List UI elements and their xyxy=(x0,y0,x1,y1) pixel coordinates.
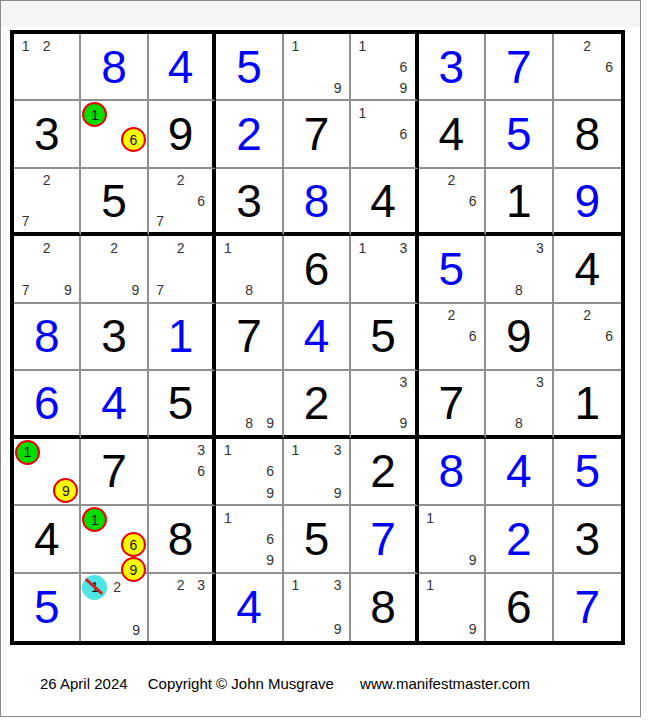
candidate-slot-4 xyxy=(217,393,238,413)
candidate-slot-9 xyxy=(191,211,211,231)
cell-r2c2[interactable]: 16 xyxy=(81,101,148,168)
highlight-yellow-candidate-6[interactable]: 6 xyxy=(121,532,146,557)
candidate-slot-1 xyxy=(487,237,508,258)
cell-r6c1[interactable]: 6 xyxy=(14,371,81,438)
solved-digit: 4 xyxy=(216,574,281,641)
candidate-slot-3 xyxy=(57,35,78,56)
candidate-slot-5 xyxy=(36,258,57,279)
candidate-slot-6 xyxy=(191,258,211,279)
candidate-slot-6: 6 xyxy=(393,56,413,77)
candidate-3[interactable]: 3 xyxy=(536,240,544,256)
candidate-2[interactable]: 2 xyxy=(177,172,185,188)
candidate-3[interactable]: 3 xyxy=(197,442,205,458)
cell-r5c9[interactable]: 26 xyxy=(554,304,621,371)
candidate-slot-3: 3 xyxy=(191,575,211,597)
cell-r2c3[interactable]: 9 xyxy=(149,101,216,168)
candidate-6[interactable]: 6 xyxy=(197,193,205,209)
candidate-slot-7 xyxy=(420,549,441,570)
candidate-grid: 26 xyxy=(555,305,620,368)
candidate-slot-3 xyxy=(121,102,146,127)
candidate-slot-2: 2 xyxy=(36,170,57,190)
candidate-6[interactable]: 6 xyxy=(605,328,613,344)
cell-r6c7[interactable]: 7 xyxy=(419,371,486,438)
candidate-slot-1 xyxy=(15,170,36,190)
candidate-slot-2: 2 xyxy=(104,237,125,258)
cell-r7c7[interactable]: 8 xyxy=(419,439,486,506)
cell-r3c5[interactable]: 8 xyxy=(284,169,351,236)
candidate-slot-2 xyxy=(306,35,327,56)
candidate-1[interactable]: 1 xyxy=(224,510,232,526)
candidate-slot-8 xyxy=(373,77,393,98)
candidate-slot-7 xyxy=(555,347,577,368)
cell-r1c7[interactable]: 3 xyxy=(419,34,486,101)
cell-r4c5[interactable]: 6 xyxy=(284,236,351,303)
cell-r8c2[interactable]: 169 xyxy=(81,506,148,573)
solved-digit: 4 xyxy=(149,34,212,99)
candidate-9[interactable]: 9 xyxy=(469,621,477,637)
candidate-slot-3 xyxy=(393,35,413,56)
candidate-slot-3 xyxy=(53,440,78,465)
candidate-slot-2 xyxy=(170,440,190,461)
candidate-slot-7: 7 xyxy=(150,280,170,301)
cell-r6c5[interactable]: 2 xyxy=(284,371,351,438)
cell-r9c8[interactable]: 6 xyxy=(486,574,553,641)
candidate-slot-1: 1 xyxy=(420,507,441,528)
candidate-1[interactable]: 1 xyxy=(22,38,30,54)
candidate-slot-1: 1 xyxy=(285,440,306,461)
candidate-slot-8 xyxy=(373,413,393,433)
candidate-9[interactable]: 9 xyxy=(131,282,139,298)
candidate-8[interactable]: 8 xyxy=(245,415,253,431)
candidate-slot-5 xyxy=(36,56,57,77)
cell-r5c5[interactable]: 4 xyxy=(284,304,351,371)
highlight-green-candidate-1[interactable]: 1 xyxy=(82,507,107,532)
cell-r3c6[interactable]: 4 xyxy=(351,169,418,236)
cell-r5c3[interactable]: 1 xyxy=(149,304,216,371)
candidate-slot-4 xyxy=(285,56,306,77)
candidate-slot-9 xyxy=(191,280,211,301)
candidate-1[interactable]: 1 xyxy=(359,38,367,54)
candidate-slot-5 xyxy=(238,528,259,549)
candidate-1[interactable]: 1 xyxy=(359,105,367,121)
candidate-slot-2 xyxy=(508,372,529,392)
candidate-slot-9: 9 xyxy=(393,77,413,98)
candidate-slot-1: 1 xyxy=(285,575,306,597)
candidate-slot-8 xyxy=(441,211,462,231)
candidate-3[interactable]: 3 xyxy=(400,240,408,256)
cell-r1c3[interactable]: 4 xyxy=(149,34,216,101)
candidate-2[interactable]: 2 xyxy=(447,172,455,188)
cell-r3c8[interactable]: 1 xyxy=(486,169,553,236)
cell-r5c1[interactable]: 8 xyxy=(14,304,81,371)
cell-r7c8[interactable]: 4 xyxy=(486,439,553,506)
candidate-6[interactable]: 6 xyxy=(266,463,274,479)
candidate-slot-7 xyxy=(82,152,107,165)
cell-r8c4[interactable]: 169 xyxy=(216,506,283,573)
candidate-3[interactable]: 3 xyxy=(334,442,342,458)
candidate-slot-6: 6 xyxy=(393,124,413,145)
candidate-slot-4 xyxy=(555,56,577,77)
candidate-slot-8 xyxy=(238,549,259,570)
cell-r2c8[interactable]: 5 xyxy=(486,101,553,168)
cell-r7c5[interactable]: 139 xyxy=(284,439,351,506)
cell-r5c8[interactable]: 9 xyxy=(486,304,553,371)
cell-r8c7[interactable]: 19 xyxy=(419,506,486,573)
candidate-slot-4 xyxy=(420,326,441,347)
candidate-9[interactable]: 9 xyxy=(334,80,342,96)
cell-r7c3[interactable]: 36 xyxy=(149,439,216,506)
candidate-9[interactable]: 9 xyxy=(132,622,140,638)
candidate-grid: 169 xyxy=(352,35,413,98)
candidate-slot-8 xyxy=(306,482,327,503)
candidate-slot-6 xyxy=(260,393,281,413)
candidate-7[interactable]: 7 xyxy=(22,213,30,229)
candidate-slot-3 xyxy=(260,440,281,461)
candidate-slot-2 xyxy=(238,237,259,258)
cell-r6c9[interactable]: 1 xyxy=(554,371,621,438)
candidate-3[interactable]: 3 xyxy=(400,374,408,390)
candidate-slot-7: 7 xyxy=(150,211,170,231)
candidate-slot-2: 2 xyxy=(576,305,598,326)
cell-r8c6[interactable]: 7 xyxy=(351,506,418,573)
given-digit: 1 xyxy=(486,169,551,232)
highlight-cyan-struck-candidate-1[interactable]: 1 xyxy=(82,575,107,600)
candidate-slot-6 xyxy=(393,258,413,279)
cell-r3c4[interactable]: 3 xyxy=(216,169,283,236)
cell-r1c2[interactable]: 8 xyxy=(81,34,148,101)
candidate-slot-6 xyxy=(57,56,78,77)
candidate-slot-8 xyxy=(40,478,53,503)
cell-r6c4[interactable]: 89 xyxy=(216,371,283,438)
candidate-slot-1: 1 xyxy=(420,575,441,597)
candidate-slot-3 xyxy=(57,237,78,258)
highlight-yellow-candidate-6[interactable]: 6 xyxy=(121,127,146,152)
candidate-2[interactable]: 2 xyxy=(43,38,51,54)
candidate-slot-5 xyxy=(508,393,529,413)
given-digit: 6 xyxy=(486,574,551,641)
cell-r1c4[interactable]: 5 xyxy=(216,34,283,101)
candidate-slot-7 xyxy=(352,280,372,301)
candidate-slot-8: 8 xyxy=(238,280,259,301)
candidate-1[interactable]: 1 xyxy=(426,577,434,593)
candidate-slot-8 xyxy=(441,618,462,640)
candidate-slot-1 xyxy=(555,35,577,56)
cell-r9c7[interactable]: 19 xyxy=(419,574,486,641)
candidate-6[interactable]: 6 xyxy=(266,531,274,547)
cell-r7c6[interactable]: 2 xyxy=(351,439,418,506)
candidate-slot-2: 2 xyxy=(170,575,190,597)
candidate-slot-2 xyxy=(40,440,53,465)
cell-r5c6[interactable]: 5 xyxy=(351,304,418,371)
solved-digit: 2 xyxy=(216,101,281,166)
candidate-7[interactable]: 7 xyxy=(22,282,30,298)
candidate-slot-9 xyxy=(529,280,550,301)
candidate-grid: 19 xyxy=(420,575,483,640)
cell-r1c9[interactable]: 26 xyxy=(554,34,621,101)
cell-r4c8[interactable]: 38 xyxy=(486,236,553,303)
candidate-2[interactable]: 2 xyxy=(43,172,51,188)
given-digit: 5 xyxy=(284,506,349,571)
cell-r1c6[interactable]: 169 xyxy=(351,34,418,101)
cell-r2c9[interactable]: 8 xyxy=(554,101,621,168)
candidate-slot-3: 3 xyxy=(529,237,550,258)
candidate-slot-4 xyxy=(285,461,306,482)
candidate-slot-6 xyxy=(125,258,146,279)
candidate-slot-7 xyxy=(352,413,372,433)
candidate-slot-8 xyxy=(170,280,190,301)
candidate-2[interactable]: 2 xyxy=(177,240,185,256)
highlight-green-candidate-1[interactable]: 1 xyxy=(82,102,107,127)
candidate-slot-4 xyxy=(82,600,107,620)
candidate-slot-1: 1 xyxy=(15,440,40,465)
candidate-slot-1 xyxy=(420,305,441,326)
candidate-slot-8 xyxy=(441,549,462,570)
given-digit: 1 xyxy=(554,371,621,434)
cell-r2c6[interactable]: 16 xyxy=(351,101,418,168)
candidate-1[interactable]: 1 xyxy=(291,442,299,458)
candidate-grid: 19 xyxy=(15,440,78,503)
candidate-slot-8 xyxy=(104,280,125,301)
candidate-slot-9 xyxy=(191,618,211,640)
candidate-slot-4 xyxy=(15,56,36,77)
candidate-slot-7 xyxy=(217,549,238,570)
cell-r8c5[interactable]: 5 xyxy=(284,506,351,573)
cell-r2c5[interactable]: 7 xyxy=(284,101,351,168)
cell-r9c2[interactable]: 129 xyxy=(81,574,148,641)
given-digit: 3 xyxy=(14,101,79,166)
given-digit: 2 xyxy=(351,439,414,504)
cell-r4c6[interactable]: 13 xyxy=(351,236,418,303)
candidate-slot-7 xyxy=(555,77,577,98)
candidate-grid: 139 xyxy=(285,575,348,640)
candidate-2[interactable]: 2 xyxy=(583,307,591,323)
highlight-yellow-candidate-9[interactable]: 9 xyxy=(121,557,146,582)
candidate-2[interactable]: 2 xyxy=(113,579,121,595)
candidate-slot-8 xyxy=(107,620,126,640)
candidate-slot-7 xyxy=(217,413,238,433)
candidate-slot-5 xyxy=(238,258,259,279)
cell-r6c6[interactable]: 39 xyxy=(351,371,418,438)
cell-r3c1[interactable]: 27 xyxy=(14,169,81,236)
cell-r5c4[interactable]: 7 xyxy=(216,304,283,371)
candidate-slot-6 xyxy=(529,258,550,279)
given-digit: 7 xyxy=(81,439,146,504)
candidate-slot-3 xyxy=(327,35,348,56)
highlight-yellow-candidate-9[interactable]: 9 xyxy=(53,478,78,503)
given-digit: 3 xyxy=(81,304,146,369)
candidate-1[interactable]: 1 xyxy=(426,510,434,526)
candidate-1[interactable]: 1 xyxy=(291,577,299,593)
candidate-slot-5 xyxy=(576,56,598,77)
given-digit: 3 xyxy=(216,169,281,232)
candidate-slot-7 xyxy=(15,478,40,503)
cell-r8c9[interactable]: 3 xyxy=(554,506,621,573)
given-digit: 7 xyxy=(419,371,484,434)
candidate-9[interactable]: 9 xyxy=(400,415,408,431)
cell-r7c9[interactable]: 5 xyxy=(554,439,621,506)
candidate-8[interactable]: 8 xyxy=(245,282,253,298)
candidate-slot-4 xyxy=(217,461,238,482)
solved-digit: 1 xyxy=(149,304,212,369)
candidate-1[interactable]: 1 xyxy=(359,240,367,256)
cell-r4c9[interactable]: 4 xyxy=(554,236,621,303)
candidate-slot-8 xyxy=(306,77,327,98)
candidate-slot-4 xyxy=(82,127,107,152)
cell-r1c8[interactable]: 7 xyxy=(486,34,553,101)
candidate-slot-9 xyxy=(260,280,281,301)
cell-r7c4[interactable]: 169 xyxy=(216,439,283,506)
candidate-3[interactable]: 3 xyxy=(536,374,544,390)
candidate-slot-4 xyxy=(150,596,170,618)
candidate-9[interactable]: 9 xyxy=(334,485,342,501)
candidate-slot-9 xyxy=(57,211,78,231)
candidate-2[interactable]: 2 xyxy=(447,307,455,323)
candidate-slot-9: 9 xyxy=(127,620,146,640)
candidate-slot-8 xyxy=(170,211,190,231)
cell-r4c1[interactable]: 279 xyxy=(14,236,81,303)
candidate-slot-6 xyxy=(57,190,78,210)
candidate-slot-6: 6 xyxy=(260,528,281,549)
candidate-grid: 169 xyxy=(217,507,280,570)
cell-r7c1[interactable]: 19 xyxy=(14,439,81,506)
cell-r4c3[interactable]: 27 xyxy=(149,236,216,303)
candidate-1[interactable]: 1 xyxy=(224,442,232,458)
candidate-slot-4 xyxy=(150,461,170,482)
candidate-slot-3 xyxy=(260,372,281,392)
candidate-grid: 26 xyxy=(420,305,483,368)
candidate-6[interactable]: 6 xyxy=(400,59,408,75)
footer-copyright: Copyright © John Musgrave xyxy=(148,675,334,692)
cell-r4c7[interactable]: 5 xyxy=(419,236,486,303)
candidate-slot-1 xyxy=(555,305,577,326)
candidate-9[interactable]: 9 xyxy=(334,621,342,637)
cell-r4c2[interactable]: 29 xyxy=(81,236,148,303)
cell-r6c3[interactable]: 5 xyxy=(149,371,216,438)
solved-digit: 8 xyxy=(81,34,146,99)
candidate-8[interactable]: 8 xyxy=(515,282,523,298)
candidate-slot-1: 1 xyxy=(82,102,107,127)
cell-r2c4[interactable]: 2 xyxy=(216,101,283,168)
cell-r3c7[interactable]: 26 xyxy=(419,169,486,236)
cell-r6c2[interactable]: 4 xyxy=(81,371,148,438)
candidate-1[interactable]: 1 xyxy=(291,38,299,54)
candidate-grid: 18 xyxy=(217,237,280,300)
highlight-green-candidate-1[interactable]: 1 xyxy=(15,440,40,465)
candidate-2[interactable]: 2 xyxy=(583,38,591,54)
cell-r3c9[interactable]: 9 xyxy=(554,169,621,236)
cell-r9c6[interactable]: 8 xyxy=(351,574,418,641)
candidate-slot-6 xyxy=(462,528,483,549)
cell-r2c7[interactable]: 4 xyxy=(419,101,486,168)
candidate-slot-5 xyxy=(373,393,393,413)
cell-r3c3[interactable]: 267 xyxy=(149,169,216,236)
candidate-slot-3: 3 xyxy=(191,440,211,461)
candidate-slot-9: 9 xyxy=(327,618,348,640)
candidate-9[interactable]: 9 xyxy=(266,485,274,501)
candidate-9[interactable]: 9 xyxy=(266,552,274,568)
candidate-slot-6 xyxy=(57,258,78,279)
solved-digit: 8 xyxy=(14,304,79,369)
cell-r8c3[interactable]: 8 xyxy=(149,506,216,573)
candidate-9[interactable]: 9 xyxy=(64,282,72,298)
candidate-2[interactable]: 2 xyxy=(110,240,118,256)
cell-r9c4[interactable]: 4 xyxy=(216,574,283,641)
candidate-slot-4 xyxy=(420,596,441,618)
cell-r9c3[interactable]: 23 xyxy=(149,574,216,641)
candidate-8[interactable]: 8 xyxy=(515,415,523,431)
cell-r9c9[interactable]: 7 xyxy=(554,574,621,641)
cell-r1c1[interactable]: 12 xyxy=(14,34,81,101)
cell-r5c7[interactable]: 26 xyxy=(419,304,486,371)
cell-r8c8[interactable]: 2 xyxy=(486,506,553,573)
candidate-slot-4 xyxy=(217,528,238,549)
candidate-grid: 23 xyxy=(150,575,211,640)
candidate-slot-6 xyxy=(327,56,348,77)
candidate-slot-6: 6 xyxy=(260,461,281,482)
candidate-slot-1 xyxy=(15,237,36,258)
candidate-slot-5 xyxy=(40,465,53,478)
candidate-3[interactable]: 3 xyxy=(334,577,342,593)
cell-r7c2[interactable]: 7 xyxy=(81,439,148,506)
cell-r2c1[interactable]: 3 xyxy=(14,101,81,168)
cell-r6c8[interactable]: 38 xyxy=(486,371,553,438)
candidate-3[interactable]: 3 xyxy=(197,577,205,593)
candidate-slot-5 xyxy=(107,127,120,152)
candidate-slot-8: 8 xyxy=(508,280,529,301)
candidate-slot-5 xyxy=(107,532,120,557)
candidate-6[interactable]: 6 xyxy=(605,59,613,75)
candidate-grid: 27 xyxy=(150,237,211,300)
candidate-slot-3 xyxy=(598,305,620,326)
candidate-slot-5 xyxy=(170,258,190,279)
candidate-9[interactable]: 9 xyxy=(400,80,408,96)
cell-r9c5[interactable]: 139 xyxy=(284,574,351,641)
candidate-6[interactable]: 6 xyxy=(197,463,205,479)
candidate-slot-8 xyxy=(576,77,598,98)
candidate-slot-6: 6 xyxy=(121,127,146,152)
candidate-6[interactable]: 6 xyxy=(469,328,477,344)
candidate-9[interactable]: 9 xyxy=(469,552,477,568)
candidate-slot-2 xyxy=(441,575,462,597)
candidate-2[interactable]: 2 xyxy=(177,577,185,593)
candidate-7[interactable]: 7 xyxy=(156,213,164,229)
candidate-1[interactable]: 1 xyxy=(224,240,232,256)
given-digit: 8 xyxy=(149,506,212,571)
candidate-6[interactable]: 6 xyxy=(469,193,477,209)
candidate-slot-7 xyxy=(15,77,36,98)
solved-digit: 7 xyxy=(554,574,621,641)
cell-r1c5[interactable]: 19 xyxy=(284,34,351,101)
candidate-slot-4 xyxy=(352,124,372,145)
candidate-6[interactable]: 6 xyxy=(400,126,408,142)
cell-r5c2[interactable]: 3 xyxy=(81,304,148,371)
candidate-slot-7 xyxy=(487,280,508,301)
candidate-slot-3 xyxy=(260,507,281,528)
candidate-slot-1: 1 xyxy=(15,35,36,56)
candidate-9[interactable]: 9 xyxy=(266,415,274,431)
candidate-7[interactable]: 7 xyxy=(156,282,164,298)
cell-r3c2[interactable]: 5 xyxy=(81,169,148,236)
candidate-slot-2 xyxy=(508,237,529,258)
candidate-slot-2: 2 xyxy=(441,305,462,326)
cell-r4c4[interactable]: 18 xyxy=(216,236,283,303)
candidate-2[interactable]: 2 xyxy=(43,240,51,256)
cell-r8c1[interactable]: 4 xyxy=(14,506,81,573)
cell-r9c1[interactable]: 5 xyxy=(14,574,81,641)
candidate-slot-3 xyxy=(462,305,483,326)
candidate-slot-3: 3 xyxy=(327,440,348,461)
candidate-grid: 26 xyxy=(555,35,620,98)
